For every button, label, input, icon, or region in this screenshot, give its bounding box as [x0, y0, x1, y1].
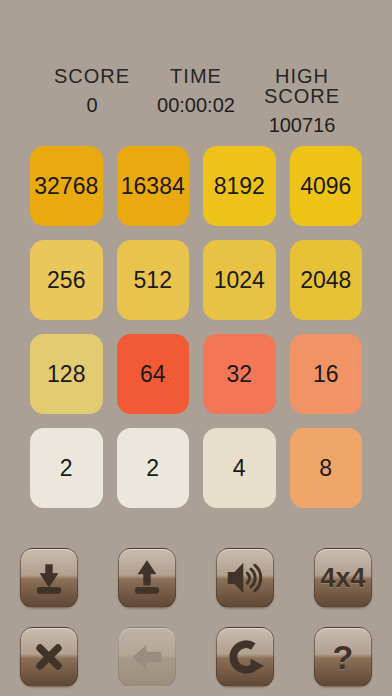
tile-2048: 2048 — [290, 240, 363, 320]
load-button[interactable] — [118, 548, 176, 608]
download-icon — [30, 559, 68, 597]
help-button[interactable]: ? — [314, 627, 372, 687]
tile-2: 2 — [117, 428, 190, 508]
toolbar-row-1: 4x4 — [0, 548, 392, 608]
score-value: 0 — [54, 95, 130, 115]
tile-16384: 16384 — [117, 146, 190, 226]
arrow-left-icon — [128, 638, 166, 676]
tile-256: 256 — [30, 240, 103, 320]
tile-1024: 1024 — [203, 240, 276, 320]
close-button[interactable] — [20, 627, 78, 687]
time-value: 00:00:02 — [157, 95, 235, 115]
tile-32: 32 — [203, 334, 276, 414]
tile-8192: 8192 — [203, 146, 276, 226]
high-score-label: HIGH SCORE — [257, 66, 347, 106]
time-label: TIME — [157, 66, 235, 86]
speaker-icon — [225, 558, 265, 598]
toolbar-row-2: ? — [0, 627, 392, 687]
sound-button[interactable] — [216, 548, 274, 608]
high-score-value: 100716 — [257, 115, 347, 135]
tile-64: 64 — [117, 334, 190, 414]
restart-button[interactable] — [216, 627, 274, 687]
high-score-panel: HIGH SCORE 100716 — [257, 66, 347, 135]
grid-size-button[interactable]: 4x4 — [314, 548, 372, 608]
hud: SCORE 0 TIME 00:00:02 HIGH SCORE 100716 — [0, 66, 392, 122]
tile-128: 128 — [30, 334, 103, 414]
x-icon — [30, 638, 68, 676]
help-label: ? — [333, 640, 354, 674]
tile-2: 2 — [30, 428, 103, 508]
board[interactable]: 3276816384819240962565121024204812864321… — [30, 146, 362, 508]
score-panel: SCORE 0 — [54, 66, 130, 115]
tile-8: 8 — [290, 428, 363, 508]
upload-icon — [128, 559, 166, 597]
tile-512: 512 — [117, 240, 190, 320]
tile-4: 4 — [203, 428, 276, 508]
refresh-icon — [225, 637, 265, 677]
tile-16: 16 — [290, 334, 363, 414]
tile-32768: 32768 — [30, 146, 103, 226]
save-button[interactable] — [20, 548, 78, 608]
score-label: SCORE — [54, 66, 130, 86]
undo-button[interactable] — [118, 627, 176, 687]
grid-size-label: 4x4 — [320, 565, 365, 592]
tile-4096: 4096 — [290, 146, 363, 226]
time-panel: TIME 00:00:02 — [157, 66, 235, 115]
